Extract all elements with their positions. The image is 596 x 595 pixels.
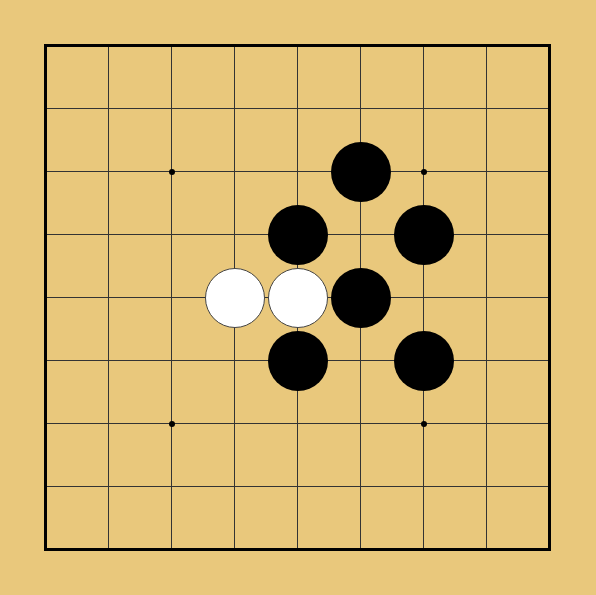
intersection[interactable] — [329, 518, 392, 581]
intersection[interactable] — [203, 518, 266, 581]
intersection[interactable] — [455, 77, 518, 140]
intersection[interactable] — [518, 140, 581, 203]
intersection[interactable] — [77, 518, 140, 581]
intersection[interactable] — [266, 77, 329, 140]
intersection[interactable] — [455, 266, 518, 329]
hoshi-point — [169, 169, 175, 175]
black-stone — [394, 205, 454, 265]
intersection[interactable] — [455, 140, 518, 203]
intersection[interactable] — [140, 140, 203, 203]
intersection[interactable] — [14, 140, 77, 203]
intersection[interactable] — [77, 203, 140, 266]
intersection[interactable] — [518, 455, 581, 518]
intersection[interactable] — [329, 140, 392, 203]
go-board[interactable] — [0, 0, 596, 595]
intersection[interactable] — [14, 203, 77, 266]
intersection[interactable] — [77, 140, 140, 203]
intersection[interactable] — [266, 518, 329, 581]
intersection[interactable] — [455, 203, 518, 266]
intersection[interactable] — [518, 518, 581, 581]
intersection[interactable] — [140, 518, 203, 581]
intersection[interactable] — [203, 329, 266, 392]
intersection[interactable] — [266, 14, 329, 77]
intersection[interactable] — [14, 266, 77, 329]
intersection[interactable] — [518, 203, 581, 266]
intersection[interactable] — [77, 455, 140, 518]
intersection[interactable] — [203, 77, 266, 140]
hoshi-point — [169, 421, 175, 427]
hoshi-point — [421, 169, 427, 175]
intersection[interactable] — [518, 392, 581, 455]
intersection[interactable] — [14, 455, 77, 518]
black-stone — [268, 331, 328, 391]
board-grid — [14, 14, 581, 581]
intersection[interactable] — [329, 77, 392, 140]
intersection[interactable] — [266, 455, 329, 518]
intersection[interactable] — [266, 329, 329, 392]
intersection[interactable] — [329, 266, 392, 329]
intersection[interactable] — [329, 392, 392, 455]
white-stone — [205, 268, 265, 328]
intersection[interactable] — [77, 266, 140, 329]
intersection[interactable] — [266, 392, 329, 455]
intersection[interactable] — [518, 14, 581, 77]
intersection[interactable] — [455, 518, 518, 581]
intersection[interactable] — [203, 392, 266, 455]
intersection[interactable] — [14, 392, 77, 455]
intersection[interactable] — [203, 455, 266, 518]
intersection[interactable] — [140, 14, 203, 77]
black-stone — [394, 331, 454, 391]
intersection[interactable] — [140, 266, 203, 329]
intersection[interactable] — [77, 14, 140, 77]
intersection[interactable] — [140, 455, 203, 518]
intersection[interactable] — [518, 266, 581, 329]
intersection[interactable] — [140, 392, 203, 455]
intersection[interactable] — [14, 77, 77, 140]
intersection[interactable] — [455, 14, 518, 77]
intersection[interactable] — [455, 392, 518, 455]
intersection[interactable] — [14, 14, 77, 77]
intersection[interactable] — [140, 77, 203, 140]
intersection[interactable] — [455, 455, 518, 518]
white-stone — [268, 268, 328, 328]
intersection[interactable] — [77, 77, 140, 140]
intersection[interactable] — [518, 77, 581, 140]
intersection[interactable] — [329, 329, 392, 392]
intersection[interactable] — [203, 203, 266, 266]
intersection[interactable] — [203, 140, 266, 203]
intersection[interactable] — [77, 329, 140, 392]
intersection[interactable] — [329, 455, 392, 518]
intersection[interactable] — [392, 14, 455, 77]
black-stone — [331, 268, 391, 328]
intersection[interactable] — [203, 266, 266, 329]
intersection[interactable] — [140, 329, 203, 392]
intersection[interactable] — [140, 203, 203, 266]
black-stone — [268, 205, 328, 265]
intersection[interactable] — [77, 392, 140, 455]
intersection[interactable] — [392, 329, 455, 392]
black-stone — [331, 142, 391, 202]
intersection[interactable] — [266, 203, 329, 266]
intersection[interactable] — [392, 203, 455, 266]
intersection[interactable] — [392, 266, 455, 329]
intersection[interactable] — [392, 140, 455, 203]
intersection[interactable] — [14, 329, 77, 392]
intersection[interactable] — [266, 140, 329, 203]
intersection[interactable] — [392, 455, 455, 518]
go-board-page — [0, 0, 596, 595]
intersection[interactable] — [329, 14, 392, 77]
intersection[interactable] — [518, 329, 581, 392]
intersection[interactable] — [266, 266, 329, 329]
intersection[interactable] — [203, 14, 266, 77]
intersection[interactable] — [455, 329, 518, 392]
intersection[interactable] — [392, 392, 455, 455]
intersection[interactable] — [392, 77, 455, 140]
intersection[interactable] — [14, 518, 77, 581]
intersection[interactable] — [329, 203, 392, 266]
intersection[interactable] — [392, 518, 455, 581]
hoshi-point — [421, 421, 427, 427]
